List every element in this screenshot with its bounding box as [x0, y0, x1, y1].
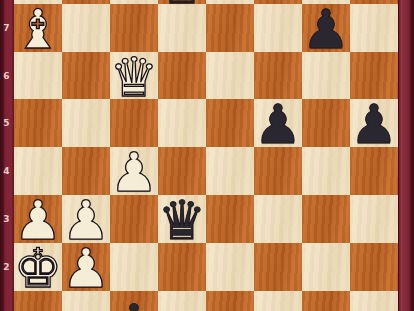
rank-label-2: 2	[0, 262, 13, 272]
black-pawn: ♟	[350, 101, 398, 149]
square-f1	[254, 291, 302, 311]
square-b5	[62, 99, 110, 147]
square-d1	[158, 291, 206, 311]
square-a7: ♝	[14, 4, 62, 52]
square-b2: ♟	[62, 243, 110, 291]
square-b7	[62, 4, 110, 52]
square-g4	[302, 147, 350, 195]
black-pawn: ♟	[302, 6, 350, 54]
chess-board: ♚♝♟♛♟♟♟♟♟♛♚♟♝	[14, 0, 398, 311]
square-h6	[350, 52, 398, 100]
square-a3: ♟	[14, 195, 62, 243]
square-e7	[206, 4, 254, 52]
square-h2	[350, 243, 398, 291]
black-pawn: ♟	[254, 101, 302, 149]
square-g2	[302, 243, 350, 291]
square-d3: ♛	[158, 195, 206, 243]
square-f5: ♟	[254, 99, 302, 147]
square-e6	[206, 52, 254, 100]
square-d5	[158, 99, 206, 147]
black-bishop: ♝	[110, 301, 158, 311]
white-queen: ♛	[110, 54, 158, 102]
square-e3	[206, 195, 254, 243]
white-pawn: ♟	[62, 245, 110, 293]
square-g1	[302, 291, 350, 311]
square-a4	[14, 147, 62, 195]
square-f7	[254, 4, 302, 52]
white-bishop: ♝	[14, 6, 62, 54]
square-f6	[254, 52, 302, 100]
square-c2	[110, 243, 158, 291]
square-h1	[350, 291, 398, 311]
square-f3	[254, 195, 302, 243]
black-queen: ♛	[158, 197, 206, 245]
square-h5: ♟	[350, 99, 398, 147]
rank-label-4: 4	[0, 166, 13, 176]
square-c1: ♝	[110, 291, 158, 311]
white-king: ♚	[14, 245, 62, 293]
square-e2	[206, 243, 254, 291]
rank-label-3: 3	[0, 214, 13, 224]
square-c7	[110, 4, 158, 52]
square-h3	[350, 195, 398, 243]
square-b6	[62, 52, 110, 100]
square-c6: ♛	[110, 52, 158, 100]
board-right-border	[400, 0, 414, 311]
square-h7	[350, 4, 398, 52]
square-g7: ♟	[302, 4, 350, 52]
square-d6	[158, 52, 206, 100]
rank-label-7: 7	[0, 23, 13, 33]
square-d8: ♚	[158, 0, 206, 4]
square-b3: ♟	[62, 195, 110, 243]
square-b4	[62, 147, 110, 195]
black-king: ♚	[158, 0, 206, 9]
square-e1	[206, 291, 254, 311]
white-pawn: ♟	[110, 149, 158, 197]
square-d4	[158, 147, 206, 195]
chess-diagram: ♚♝♟♛♟♟♟♟♟♛♚♟♝ 765432	[0, 0, 414, 311]
square-g5	[302, 99, 350, 147]
rank-label-6: 6	[0, 71, 13, 81]
rank-label-5: 5	[0, 118, 13, 128]
square-c4: ♟	[110, 147, 158, 195]
square-f2	[254, 243, 302, 291]
square-a5	[14, 99, 62, 147]
square-e4	[206, 147, 254, 195]
board-left-border: 765432	[0, 0, 14, 311]
square-g3	[302, 195, 350, 243]
square-a2: ♚	[14, 243, 62, 291]
square-e5	[206, 99, 254, 147]
